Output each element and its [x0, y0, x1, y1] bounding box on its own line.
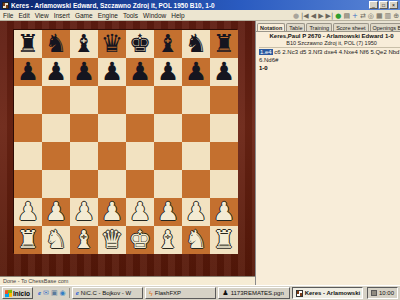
square-b5[interactable] [42, 114, 70, 142]
internet-explorer-icon: e [76, 289, 79, 298]
white-pawn-piece: ♟ [98, 198, 126, 225]
square-d7[interactable]: ♟ [98, 58, 126, 86]
black-king-piece: ♚ [126, 30, 154, 57]
square-c4[interactable] [70, 142, 98, 170]
current-move[interactable]: 1.e4 [259, 49, 273, 55]
new-board-icon[interactable]: ▤ [343, 11, 350, 21]
pgn-pawn-icon: ♟ [222, 289, 228, 298]
menu-engine[interactable]: Engine [98, 12, 118, 19]
square-d3[interactable] [98, 170, 126, 198]
add-icon[interactable]: + [352, 11, 358, 21]
taskbar-button-browser[interactable]: e NiC.C - Bojkov - W [72, 287, 143, 299]
white-pawn-piece: ♟ [14, 198, 42, 225]
square-b3[interactable] [42, 170, 70, 198]
square-e2[interactable]: ♟ [126, 198, 154, 226]
square-g3[interactable] [182, 170, 210, 198]
goto-end-icon[interactable]: ▶| [326, 11, 334, 21]
square-b1[interactable]: ♞ [42, 226, 70, 254]
notation-body: Keres,Paul P 2670 - Arlamowski Edward 1-… [256, 32, 400, 285]
menu-insert[interactable]: Insert [54, 12, 70, 19]
square-h3[interactable] [210, 170, 238, 198]
square-g7[interactable]: ♟ [182, 58, 210, 86]
black-pawn-piece: ♟ [154, 58, 182, 85]
square-f5[interactable] [154, 114, 182, 142]
square-c6[interactable] [70, 86, 98, 114]
square-h5[interactable] [210, 114, 238, 142]
menu-bar: File Edit View Insert Game Engine Tools … [0, 10, 400, 21]
square-f8[interactable]: ♝ [154, 30, 182, 58]
clock: 10:00 [379, 290, 394, 296]
engine-icon[interactable]: ● [335, 11, 341, 21]
menu-window[interactable]: Window [143, 12, 166, 19]
black-rook-piece: ♜ [14, 30, 42, 57]
menu-view[interactable]: View [35, 12, 49, 19]
quick-launch: e ✉ ▣ ◉ [35, 288, 70, 298]
menu-game[interactable]: Game [75, 12, 93, 19]
square-a3[interactable] [14, 170, 42, 198]
tab-training[interactable]: Training [306, 23, 332, 31]
tab-openings-book[interactable]: Openings Book [370, 23, 400, 31]
menu-edit[interactable]: Edit [18, 12, 29, 19]
black-pawn-piece: ♟ [70, 58, 98, 85]
back-icon[interactable]: ◀ [311, 11, 316, 21]
tab-table[interactable]: Table [286, 23, 305, 31]
square-d6[interactable] [98, 86, 126, 114]
square-e6[interactable] [126, 86, 154, 114]
show-desktop-icon[interactable]: ▣ [51, 288, 58, 298]
square-a2[interactable]: ♟ [14, 198, 42, 226]
chess-board[interactable]: ♜♞♝♛♚♝♞♜♟♟♟♟♟♟♟♟♟♟♟♟♟♟♟♟♜♞♝♛♚♝♞♜ [13, 29, 237, 253]
square-e8[interactable]: ♚ [126, 30, 154, 58]
volume-icon[interactable] [371, 290, 377, 296]
black-pawn-piece: ♟ [42, 58, 70, 85]
square-d5[interactable] [98, 114, 126, 142]
square-a8[interactable]: ♜ [14, 30, 42, 58]
square-e3[interactable] [126, 170, 154, 198]
white-rook-piece: ♜ [14, 226, 42, 253]
moves-continuation[interactable]: c6 2.Nc3 d5 3.Nf3 dxe4 4.Nxe4 Nf6 5.Qe2 … [273, 49, 400, 55]
system-tray: 10:00 [367, 287, 398, 299]
square-h1[interactable]: ♜ [210, 226, 238, 254]
black-knight-piece: ♞ [42, 30, 70, 57]
toolbar: ● |◀ ◀ ▶ ▶| ● ▤ + ⇄ ◎ ▦ ▥ ⊕ [293, 10, 399, 21]
start-button[interactable]: Inicio [2, 287, 33, 299]
maximize-button[interactable]: □ [379, 1, 388, 9]
white-pawn-piece: ♟ [42, 198, 70, 225]
square-b6[interactable] [42, 86, 70, 114]
square-f2[interactable]: ♟ [154, 198, 182, 226]
taskbar-button-keres-game[interactable]: Keres - Arlamowski [292, 287, 363, 299]
windows-flag-icon [5, 289, 12, 297]
flip-board-icon[interactable]: ⇄ [360, 11, 366, 21]
square-g6[interactable] [182, 86, 210, 114]
white-rook-piece: ♜ [210, 226, 238, 253]
square-c5[interactable] [70, 114, 98, 142]
menu-help[interactable]: Help [171, 12, 184, 19]
black-bishop-piece: ♝ [70, 30, 98, 57]
square-g8[interactable]: ♞ [182, 30, 210, 58]
black-pawn-piece: ♟ [182, 58, 210, 85]
black-rook-piece: ♜ [210, 30, 238, 57]
square-a6[interactable] [14, 86, 42, 114]
square-g1[interactable]: ♞ [182, 226, 210, 254]
square-f3[interactable] [154, 170, 182, 198]
square-a7[interactable]: ♟ [14, 58, 42, 86]
square-b2[interactable]: ♟ [42, 198, 70, 226]
white-bishop-piece: ♝ [70, 226, 98, 253]
square-c7[interactable]: ♟ [70, 58, 98, 86]
white-pawn-piece: ♟ [210, 198, 238, 225]
square-c2[interactable]: ♟ [70, 198, 98, 226]
taskbar: Inicio e ✉ ▣ ◉ e NiC.C - Bojkov - W ϟ Fl… [0, 285, 400, 300]
forward-icon[interactable]: ▶ [318, 11, 323, 21]
square-g4[interactable] [182, 142, 210, 170]
square-h8[interactable]: ♜ [210, 30, 238, 58]
black-pawn-piece: ♟ [14, 58, 42, 85]
black-knight-piece: ♞ [182, 30, 210, 57]
square-f4[interactable] [154, 142, 182, 170]
square-d8[interactable]: ♛ [98, 30, 126, 58]
square-h6[interactable] [210, 86, 238, 114]
taskbar-button-pgn[interactable]: ♟ 1173REMATES.pgn [218, 287, 289, 299]
database-icon[interactable]: ▥ [385, 11, 392, 21]
record-icon[interactable]: ● [293, 11, 299, 21]
square-c8[interactable]: ♝ [70, 30, 98, 58]
square-a5[interactable] [14, 114, 42, 142]
notation-panel: Notation Table Training Score sheet Open… [255, 21, 400, 285]
mail-icon[interactable]: ✉ [43, 288, 49, 298]
flashfxp-icon: ϟ [149, 289, 153, 298]
square-e4[interactable] [126, 142, 154, 170]
white-pawn-piece: ♟ [182, 198, 210, 225]
square-e5[interactable] [126, 114, 154, 142]
square-h4[interactable] [210, 142, 238, 170]
square-d4[interactable] [98, 142, 126, 170]
menu-file[interactable]: File [3, 12, 13, 19]
white-pawn-piece: ♟ [70, 198, 98, 225]
square-g5[interactable] [182, 114, 210, 142]
square-b4[interactable] [42, 142, 70, 170]
tab-notation[interactable]: Notation [257, 23, 285, 31]
chessbase-app-icon [2, 2, 9, 9]
square-f1[interactable]: ♝ [154, 226, 182, 254]
square-b8[interactable]: ♞ [42, 30, 70, 58]
move-list-line2[interactable]: 6.Nd6# [259, 57, 400, 64]
menu-tools[interactable]: Tools [123, 12, 138, 19]
clipboard-icon[interactable]: ▦ [376, 11, 383, 21]
black-pawn-piece: ♟ [210, 58, 238, 85]
zoom-plus-icon[interactable]: ⊕ [393, 11, 399, 21]
square-d2[interactable]: ♟ [98, 198, 126, 226]
search-icon[interactable]: ◎ [368, 11, 374, 21]
notation-tabs: Notation Table Training Score sheet Open… [256, 21, 400, 32]
black-bishop-piece: ♝ [154, 30, 182, 57]
game-header-event: B10 Szczawno Zdroj it, POL (7) 1950 [259, 40, 400, 48]
square-h7[interactable]: ♟ [210, 58, 238, 86]
move-list[interactable]: 1.e4 c6 2.Nc3 d5 3.Nf3 dxe4 4.Nxe4 Nf6 5… [259, 49, 400, 56]
window-title: Keres - Arlamowski Edward, Szczawno Zdro… [11, 2, 369, 9]
square-c3[interactable] [70, 170, 98, 198]
square-d1[interactable]: ♛ [98, 226, 126, 254]
white-pawn-piece: ♟ [154, 198, 182, 225]
square-f7[interactable]: ♟ [154, 58, 182, 86]
game-result: 1-0 [259, 65, 400, 71]
window-titlebar[interactable]: Keres - Arlamowski Edward, Szczawno Zdro… [0, 0, 400, 10]
media-icon[interactable]: ◉ [60, 288, 66, 298]
square-a4[interactable] [14, 142, 42, 170]
black-queen-piece: ♛ [98, 30, 126, 57]
taskbar-button-flashfxp[interactable]: ϟ FlashFXP [145, 287, 216, 299]
board-status-bar: Done - To ChessBase com [0, 276, 255, 285]
black-pawn-piece: ♟ [126, 58, 154, 85]
board-window: ♜♞♝♛♚♝♞♜♟♟♟♟♟♟♟♟♟♟♟♟♟♟♟♟♜♞♝♛♚♝♞♜ Done - … [0, 21, 255, 285]
black-pawn-piece: ♟ [98, 58, 126, 85]
goto-start-icon[interactable]: |◀ [301, 11, 309, 21]
internet-explorer-icon[interactable]: e [38, 288, 41, 298]
minimize-button[interactable]: _ [369, 1, 378, 9]
close-button[interactable]: × [389, 1, 398, 9]
square-g2[interactable]: ♟ [182, 198, 210, 226]
white-bishop-piece: ♝ [154, 226, 182, 253]
chessboard-icon [296, 290, 303, 297]
square-e7[interactable]: ♟ [126, 58, 154, 86]
tab-score-sheet[interactable]: Score sheet [333, 23, 368, 31]
white-king-piece: ♚ [126, 226, 154, 253]
square-a1[interactable]: ♜ [14, 226, 42, 254]
square-e1[interactable]: ♚ [126, 226, 154, 254]
square-c1[interactable]: ♝ [70, 226, 98, 254]
white-knight-piece: ♞ [42, 226, 70, 253]
square-f6[interactable] [154, 86, 182, 114]
game-header-players: Keres,Paul P 2670 - Arlamowski Edward 1-… [259, 33, 400, 40]
white-queen-piece: ♛ [98, 226, 126, 253]
square-b7[interactable]: ♟ [42, 58, 70, 86]
white-knight-piece: ♞ [182, 226, 210, 253]
white-pawn-piece: ♟ [126, 198, 154, 225]
square-h2[interactable]: ♟ [210, 198, 238, 226]
